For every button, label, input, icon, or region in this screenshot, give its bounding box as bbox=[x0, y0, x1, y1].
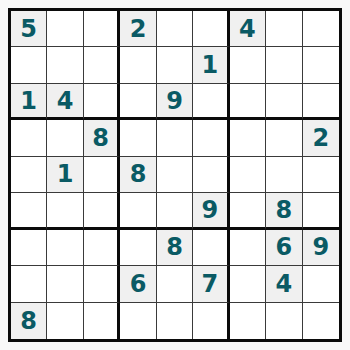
cell-r3c7[interactable] bbox=[230, 84, 266, 120]
cell-r3c3[interactable] bbox=[84, 84, 120, 120]
cell-r3c2[interactable]: 4 bbox=[47, 84, 83, 120]
cell-r9c6[interactable] bbox=[193, 303, 229, 339]
cell-r3c6[interactable] bbox=[193, 84, 229, 120]
cell-r9c3[interactable] bbox=[84, 303, 120, 339]
cell-r1c2[interactable] bbox=[47, 11, 83, 47]
cell-r6c8[interactable]: 8 bbox=[266, 193, 302, 229]
cell-r9c5[interactable] bbox=[157, 303, 193, 339]
cell-r3c1[interactable]: 1 bbox=[11, 84, 47, 120]
cell-r2c8[interactable] bbox=[266, 47, 302, 83]
cell-r5c9[interactable] bbox=[303, 157, 339, 193]
cell-r6c4[interactable] bbox=[120, 193, 156, 229]
cell-r7c8[interactable]: 6 bbox=[266, 230, 302, 266]
cell-r4c2[interactable] bbox=[47, 120, 83, 156]
cell-r3c8[interactable] bbox=[266, 84, 302, 120]
cell-r2c2[interactable] bbox=[47, 47, 83, 83]
cell-r8c4[interactable]: 6 bbox=[120, 266, 156, 302]
cell-r5c3[interactable] bbox=[84, 157, 120, 193]
cell-r8c9[interactable] bbox=[303, 266, 339, 302]
cell-r2c3[interactable] bbox=[84, 47, 120, 83]
cell-r6c9[interactable] bbox=[303, 193, 339, 229]
cell-r4c3[interactable]: 8 bbox=[84, 120, 120, 156]
cell-r1c7[interactable]: 4 bbox=[230, 11, 266, 47]
cell-r5c2[interactable]: 1 bbox=[47, 157, 83, 193]
cell-r4c7[interactable] bbox=[230, 120, 266, 156]
cell-r9c2[interactable] bbox=[47, 303, 83, 339]
cell-r7c3[interactable] bbox=[84, 230, 120, 266]
cell-r6c7[interactable] bbox=[230, 193, 266, 229]
cell-r8c6[interactable]: 7 bbox=[193, 266, 229, 302]
cell-r2c1[interactable] bbox=[11, 47, 47, 83]
cell-r8c7[interactable] bbox=[230, 266, 266, 302]
cell-r1c4[interactable]: 2 bbox=[120, 11, 156, 47]
cell-r4c9[interactable]: 2 bbox=[303, 120, 339, 156]
cell-r5c6[interactable] bbox=[193, 157, 229, 193]
cell-r8c5[interactable] bbox=[157, 266, 193, 302]
cell-r2c9[interactable] bbox=[303, 47, 339, 83]
cell-r2c7[interactable] bbox=[230, 47, 266, 83]
cell-r1c3[interactable] bbox=[84, 11, 120, 47]
cell-r7c7[interactable] bbox=[230, 230, 266, 266]
cell-r5c1[interactable] bbox=[11, 157, 47, 193]
cell-r8c2[interactable] bbox=[47, 266, 83, 302]
cell-r7c2[interactable] bbox=[47, 230, 83, 266]
cell-r1c8[interactable] bbox=[266, 11, 302, 47]
sudoku-page: 52411498218988696748 bbox=[0, 0, 350, 350]
cell-r9c9[interactable] bbox=[303, 303, 339, 339]
cell-r5c8[interactable] bbox=[266, 157, 302, 193]
cell-r1c5[interactable] bbox=[157, 11, 193, 47]
cell-r6c2[interactable] bbox=[47, 193, 83, 229]
cell-r6c3[interactable] bbox=[84, 193, 120, 229]
cell-r9c1[interactable]: 8 bbox=[11, 303, 47, 339]
cell-r7c1[interactable] bbox=[11, 230, 47, 266]
cell-r1c6[interactable] bbox=[193, 11, 229, 47]
cell-r4c8[interactable] bbox=[266, 120, 302, 156]
cell-r4c6[interactable] bbox=[193, 120, 229, 156]
sudoku-board: 52411498218988696748 bbox=[8, 8, 342, 342]
cell-r9c7[interactable] bbox=[230, 303, 266, 339]
cell-r7c6[interactable] bbox=[193, 230, 229, 266]
cell-r9c8[interactable] bbox=[266, 303, 302, 339]
cell-r7c5[interactable]: 8 bbox=[157, 230, 193, 266]
cell-r3c5[interactable]: 9 bbox=[157, 84, 193, 120]
cell-r4c4[interactable] bbox=[120, 120, 156, 156]
cell-r2c6[interactable]: 1 bbox=[193, 47, 229, 83]
cell-r4c5[interactable] bbox=[157, 120, 193, 156]
cell-r6c5[interactable] bbox=[157, 193, 193, 229]
cell-r8c1[interactable] bbox=[11, 266, 47, 302]
cell-r1c9[interactable] bbox=[303, 11, 339, 47]
cell-r7c4[interactable] bbox=[120, 230, 156, 266]
cell-r3c4[interactable] bbox=[120, 84, 156, 120]
cell-r5c7[interactable] bbox=[230, 157, 266, 193]
cell-r8c3[interactable] bbox=[84, 266, 120, 302]
cell-r7c9[interactable]: 9 bbox=[303, 230, 339, 266]
cell-r5c5[interactable] bbox=[157, 157, 193, 193]
cell-r6c6[interactable]: 9 bbox=[193, 193, 229, 229]
cell-r2c5[interactable] bbox=[157, 47, 193, 83]
cell-r4c1[interactable] bbox=[11, 120, 47, 156]
cell-r2c4[interactable] bbox=[120, 47, 156, 83]
cell-r1c1[interactable]: 5 bbox=[11, 11, 47, 47]
cell-r5c4[interactable]: 8 bbox=[120, 157, 156, 193]
cell-r9c4[interactable] bbox=[120, 303, 156, 339]
cell-r6c1[interactable] bbox=[11, 193, 47, 229]
cell-r8c8[interactable]: 4 bbox=[266, 266, 302, 302]
cell-r3c9[interactable] bbox=[303, 84, 339, 120]
